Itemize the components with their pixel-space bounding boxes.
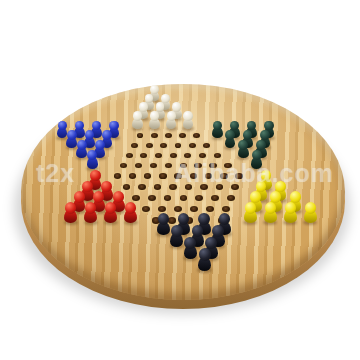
- board-hole[interactable]: [224, 163, 231, 169]
- board-hole[interactable]: [184, 153, 191, 158]
- board-hole[interactable]: [150, 163, 157, 169]
- peg-head: [238, 140, 248, 150]
- peg-head: [225, 130, 235, 140]
- board-hole[interactable]: [194, 163, 201, 169]
- board-hole[interactable]: [123, 184, 131, 190]
- board-hole[interactable]: [200, 184, 208, 190]
- board-hole[interactable]: [190, 173, 197, 179]
- peg-white[interactable]: [149, 111, 161, 128]
- board-photo: t2x Alibaba.com: [0, 0, 360, 360]
- board-hole[interactable]: [137, 133, 144, 138]
- board-hole[interactable]: [216, 184, 224, 190]
- peg-head: [261, 170, 272, 181]
- peg-yellow[interactable]: [243, 202, 257, 223]
- peg-white[interactable]: [165, 111, 177, 128]
- board-hole[interactable]: [170, 153, 177, 158]
- board-hole[interactable]: [222, 206, 230, 212]
- board-hole[interactable]: [214, 153, 221, 158]
- board-hole[interactable]: [146, 143, 153, 148]
- board-hole[interactable]: [209, 163, 216, 169]
- peg-head: [265, 202, 276, 214]
- peg-head: [85, 130, 95, 140]
- board-hole[interactable]: [199, 153, 206, 158]
- board-hole[interactable]: [154, 184, 162, 190]
- peg-head: [198, 213, 209, 225]
- peg-yellow[interactable]: [283, 202, 297, 223]
- peg-red[interactable]: [84, 202, 98, 223]
- board-hole[interactable]: [189, 143, 196, 148]
- peg-head: [95, 140, 105, 150]
- board-hole[interactable]: [120, 163, 127, 169]
- board-hole[interactable]: [227, 195, 235, 201]
- peg-head: [133, 111, 142, 121]
- board-hole[interactable]: [138, 184, 146, 190]
- peg-green[interactable]: [237, 140, 250, 159]
- board-hole[interactable]: [174, 173, 181, 179]
- board-hole[interactable]: [220, 173, 227, 179]
- board-hole[interactable]: [159, 173, 166, 179]
- board-hole[interactable]: [142, 206, 150, 212]
- peg-head: [252, 150, 262, 161]
- peg-head: [102, 130, 112, 140]
- peg-white[interactable]: [132, 111, 144, 128]
- peg-head: [199, 248, 211, 261]
- board-hole[interactable]: [179, 133, 186, 138]
- board-hole[interactable]: [132, 195, 140, 201]
- peg-red[interactable]: [104, 202, 118, 223]
- peg-red[interactable]: [64, 202, 78, 223]
- peg-head: [77, 140, 87, 150]
- peg-head: [74, 191, 85, 202]
- board-hole[interactable]: [155, 153, 162, 158]
- peg-head: [156, 102, 165, 111]
- peg-yellow[interactable]: [303, 202, 317, 223]
- peg-head: [275, 181, 286, 192]
- board-hole[interactable]: [174, 206, 182, 212]
- peg-head: [145, 94, 154, 103]
- peg-white[interactable]: [182, 111, 194, 128]
- peg-black[interactable]: [183, 237, 198, 260]
- peg-head: [245, 202, 256, 214]
- peg-green[interactable]: [224, 130, 236, 148]
- peg-head: [150, 111, 159, 121]
- peg-head: [161, 94, 170, 103]
- peg-head: [290, 191, 301, 202]
- board-hole[interactable]: [165, 163, 172, 169]
- peg-blue[interactable]: [86, 150, 99, 169]
- board-hole[interactable]: [129, 173, 136, 179]
- peg-head: [90, 170, 101, 181]
- board-hole[interactable]: [140, 153, 147, 158]
- board-hole[interactable]: [185, 184, 193, 190]
- peg-head: [139, 102, 148, 111]
- peg-head: [285, 202, 296, 214]
- board-hole[interactable]: [160, 143, 167, 148]
- board-hole[interactable]: [180, 163, 187, 169]
- peg-head: [256, 181, 267, 192]
- board-hole[interactable]: [206, 206, 214, 212]
- peg-red[interactable]: [124, 202, 138, 223]
- peg-head: [212, 225, 224, 237]
- board-hole[interactable]: [231, 184, 239, 190]
- peg-head: [264, 121, 273, 131]
- board-hole[interactable]: [126, 153, 133, 158]
- board-hole[interactable]: [144, 173, 151, 179]
- peg-head: [270, 191, 281, 202]
- board-hole[interactable]: [151, 133, 158, 138]
- board-hole[interactable]: [203, 143, 210, 148]
- board-hole[interactable]: [148, 195, 156, 201]
- peg-head: [256, 140, 266, 150]
- peg-black[interactable]: [197, 248, 213, 271]
- board-hole[interactable]: [164, 195, 172, 201]
- peg-green[interactable]: [211, 121, 223, 139]
- board-hole[interactable]: [135, 163, 142, 169]
- board-hole[interactable]: [190, 206, 198, 212]
- peg-head: [172, 102, 181, 111]
- peg-yellow[interactable]: [263, 202, 277, 223]
- board-hole[interactable]: [195, 195, 203, 201]
- board-hole[interactable]: [180, 195, 188, 201]
- board-hole[interactable]: [131, 143, 138, 148]
- peg-head: [109, 121, 118, 131]
- board-hole[interactable]: [169, 184, 177, 190]
- board-hole[interactable]: [158, 206, 166, 212]
- board-hole[interactable]: [114, 173, 121, 179]
- board-hole[interactable]: [175, 143, 182, 148]
- board-hole[interactable]: [193, 133, 200, 138]
- peg-head: [150, 85, 158, 94]
- peg-head: [82, 181, 93, 192]
- peg-head: [101, 181, 112, 192]
- peg-head: [171, 225, 183, 237]
- board-hole[interactable]: [211, 195, 219, 201]
- board-hole[interactable]: [235, 173, 242, 179]
- peg-board: [0, 0, 360, 360]
- board-hole[interactable]: [205, 173, 212, 179]
- board-hole[interactable]: [165, 133, 172, 138]
- peg-head: [183, 111, 192, 121]
- peg-head: [192, 225, 204, 237]
- peg-head: [305, 202, 316, 214]
- peg-green[interactable]: [250, 150, 263, 169]
- peg-head: [67, 130, 77, 140]
- peg-head: [58, 121, 67, 131]
- peg-head: [260, 130, 270, 140]
- peg-head: [113, 191, 124, 202]
- peg-head: [167, 111, 176, 121]
